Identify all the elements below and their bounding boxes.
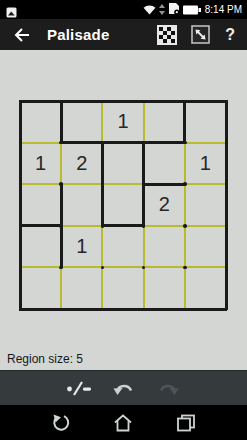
android-nav-bar xyxy=(0,405,247,440)
h-edge-drawn xyxy=(19,308,62,311)
status-bar: 8:14 PM xyxy=(0,0,247,19)
clue-cell: 1 xyxy=(185,143,226,185)
v-edge-drawn xyxy=(19,183,22,227)
v-edge-drawn xyxy=(225,266,228,310)
h-edge-drawn xyxy=(184,308,227,311)
h-edge-drawn xyxy=(60,100,103,103)
h-edge-drawn xyxy=(143,100,186,103)
h-edge-drawn[interactable] xyxy=(19,224,62,227)
v-edge-drawn xyxy=(225,183,228,227)
data-arrows-icon xyxy=(159,1,165,19)
v-edge-drawn[interactable] xyxy=(60,100,63,144)
tool-strip xyxy=(0,370,247,405)
nav-back-button[interactable] xyxy=(49,411,73,435)
h-edge-drawn xyxy=(143,308,186,311)
vertex-dot xyxy=(183,266,187,270)
checkerboard-icon[interactable] xyxy=(157,25,177,45)
h-edge-grid[interactable] xyxy=(184,266,227,268)
clock: 8:14 PM xyxy=(205,4,244,15)
v-edge-drawn[interactable] xyxy=(183,100,186,144)
undo-icon[interactable] xyxy=(109,377,139,399)
h-edge-grid[interactable] xyxy=(101,266,144,268)
h-edge-drawn[interactable] xyxy=(101,224,144,227)
v-edge-grid[interactable] xyxy=(184,225,186,269)
v-edge-drawn[interactable] xyxy=(142,142,145,186)
h-edge-drawn xyxy=(184,100,227,103)
clue-cell: 1 xyxy=(20,143,61,185)
nav-home-button[interactable] xyxy=(111,411,135,435)
v-edge-drawn xyxy=(225,100,228,144)
v-edge-grid[interactable] xyxy=(143,225,145,269)
back-arrow-icon[interactable] xyxy=(12,25,32,45)
v-edge-drawn xyxy=(19,266,22,310)
v-edge-grid[interactable] xyxy=(60,266,62,310)
storage-icon xyxy=(168,1,180,19)
redo-icon[interactable] xyxy=(153,377,183,399)
clue-cell: 1 xyxy=(102,101,143,143)
h-edge-drawn xyxy=(101,308,144,311)
game-canvas: 112121 Region size: 5 xyxy=(0,50,247,370)
nav-recents-button[interactable] xyxy=(174,411,198,435)
h-edge-drawn xyxy=(19,100,62,103)
v-edge-grid[interactable] xyxy=(184,266,186,310)
app-bar: Palisade ? xyxy=(0,19,247,50)
h-edge-grid[interactable] xyxy=(184,225,227,227)
v-edge-drawn xyxy=(19,100,22,144)
v-edge-drawn[interactable] xyxy=(60,183,63,227)
region-size-status: Region size: 5 xyxy=(7,352,83,366)
v-edge-grid[interactable] xyxy=(143,266,145,310)
page-title: Palisade xyxy=(47,26,109,43)
h-edge-drawn[interactable] xyxy=(143,141,186,144)
vertex-dot xyxy=(142,266,146,270)
resize-icon[interactable] xyxy=(190,25,210,45)
v-edge-drawn[interactable] xyxy=(101,183,104,227)
wifi-icon xyxy=(143,1,156,19)
h-edge-grid[interactable] xyxy=(143,266,186,268)
battery-icon xyxy=(183,1,202,19)
clue-cell: 2 xyxy=(61,143,102,185)
h-edge-grid[interactable] xyxy=(101,183,144,185)
v-edge-drawn xyxy=(19,225,22,269)
clue-cell: 1 xyxy=(61,226,102,268)
v-edge-grid[interactable] xyxy=(101,266,103,310)
clue-cell: 2 xyxy=(144,184,185,226)
h-edge-drawn xyxy=(60,308,103,311)
edge-toggle-icon[interactable] xyxy=(65,377,95,399)
puzzle-board[interactable]: 112121 xyxy=(20,101,226,309)
help-button[interactable]: ? xyxy=(225,26,235,44)
v-edge-drawn xyxy=(225,225,228,269)
h-edge-grid[interactable] xyxy=(19,266,62,268)
